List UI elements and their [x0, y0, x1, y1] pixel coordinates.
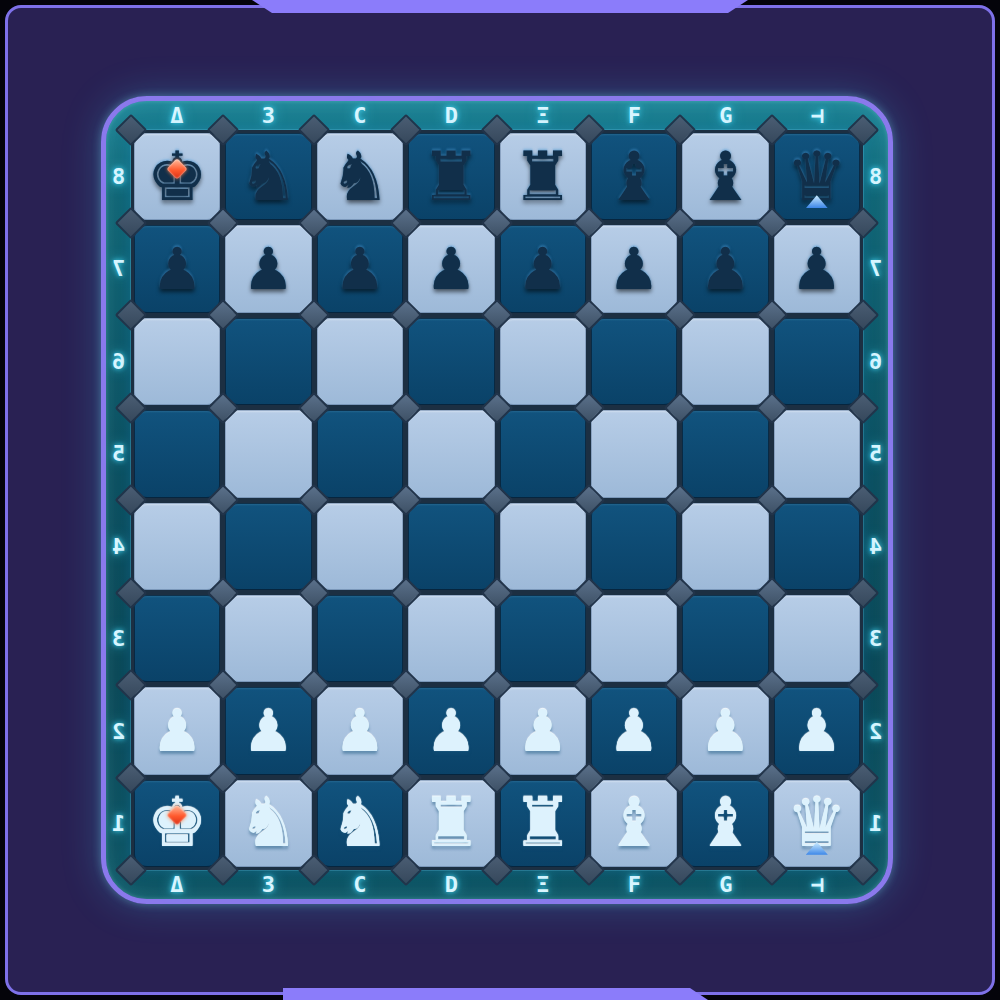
rank-label-7: 7 — [106, 223, 131, 316]
file-label-glyph: 3 — [262, 872, 275, 897]
rank-label-glyph: 8 — [869, 164, 882, 189]
board-grid: ♚♞♞♜♜♝♝♛♟♟♟♟♟♟♟♟♟♟♟♟♟♟♟♟♚♞♞♜♜♝♝♛ — [131, 130, 863, 870]
rank-label-glyph: 7 — [112, 256, 125, 281]
black-bishop[interactable]: ♝ — [604, 143, 665, 211]
file-labels-top: Δ3CDΞFG⊣ — [131, 101, 863, 130]
file-label-glyph: C — [353, 872, 366, 897]
file-label-f: F — [589, 101, 681, 130]
square-e2[interactable]: ♟ — [500, 687, 586, 774]
file-label-ξ: Ξ — [497, 870, 589, 899]
square-d2[interactable]: ♟ — [408, 687, 494, 774]
white-knight[interactable]: ♞ — [329, 789, 390, 857]
square-d4[interactable] — [408, 503, 494, 590]
white-pawn[interactable]: ♟ — [425, 702, 477, 760]
square-d8[interactable]: ♜ — [408, 133, 494, 220]
black-pawn[interactable]: ♟ — [608, 240, 660, 298]
square-f2[interactable]: ♟ — [591, 687, 677, 774]
square-f5[interactable] — [591, 410, 677, 497]
square-g1[interactable]: ♝ — [682, 780, 768, 867]
file-label-c: C — [314, 870, 406, 899]
rank-label-1: 1 — [106, 778, 131, 871]
black-knight[interactable]: ♞ — [238, 143, 299, 211]
black-pawn[interactable]: ♟ — [791, 240, 843, 298]
square-b8[interactable]: ♞ — [225, 133, 311, 220]
square-c2[interactable]: ♟ — [317, 687, 403, 774]
file-label-glyph: Δ — [170, 103, 183, 128]
rank-label-glyph: 6 — [869, 349, 882, 374]
file-label-d: D — [406, 870, 498, 899]
square-d6[interactable] — [408, 318, 494, 405]
square-c6[interactable] — [317, 318, 403, 405]
square-e7[interactable]: ♟ — [500, 225, 586, 312]
square-h6[interactable] — [774, 318, 860, 405]
file-label-glyph: ⊣ — [811, 103, 824, 128]
square-e8[interactable]: ♜ — [500, 133, 586, 220]
square-f6[interactable] — [591, 318, 677, 405]
file-label-glyph: ⊣ — [811, 872, 824, 897]
square-h7[interactable]: ♟ — [774, 225, 860, 312]
square-g4[interactable] — [682, 503, 768, 590]
app-background: Δ3CDΞFG⊣ Δ3CDΞFG⊣ 87654321 87654321 ♚♞♞♜… — [0, 0, 1000, 1000]
rank-label-glyph: 8 — [112, 164, 125, 189]
square-b4[interactable] — [225, 503, 311, 590]
square-a5[interactable] — [134, 410, 220, 497]
square-f4[interactable] — [591, 503, 677, 590]
black-pawn[interactable]: ♟ — [151, 240, 203, 298]
rank-label-glyph: 4 — [112, 534, 125, 559]
file-label-g: G — [680, 101, 772, 130]
square-h4[interactable] — [774, 503, 860, 590]
square-g3[interactable] — [682, 595, 768, 682]
rank-label-glyph: 2 — [112, 719, 125, 744]
file-label-c: C — [314, 101, 406, 130]
rank-label-glyph: 7 — [869, 256, 882, 281]
rank-label-8: 8 — [863, 130, 888, 223]
rank-label-glyph: 6 — [112, 349, 125, 374]
rank-label-1: 1 — [863, 778, 888, 871]
square-a2[interactable]: ♟ — [134, 687, 220, 774]
square-f7[interactable]: ♟ — [591, 225, 677, 312]
panel-top-tab — [252, 0, 748, 13]
rank-label-glyph: 1 — [112, 811, 125, 836]
square-a4[interactable] — [134, 503, 220, 590]
rank-label-5: 5 — [863, 408, 888, 501]
white-bishop[interactable]: ♝ — [695, 789, 756, 857]
file-label-glyph: Δ — [170, 872, 183, 897]
rank-label-3: 3 — [106, 593, 131, 686]
square-g8[interactable]: ♝ — [682, 133, 768, 220]
square-h1[interactable]: ♛ — [774, 780, 860, 867]
file-label-glyph: F — [628, 872, 641, 897]
black-pawn[interactable]: ♟ — [699, 240, 751, 298]
square-a8[interactable]: ♚ — [134, 133, 220, 220]
square-e4[interactable] — [500, 503, 586, 590]
file-label-ξ: Ξ — [497, 101, 589, 130]
square-a3[interactable] — [134, 595, 220, 682]
square-d1[interactable]: ♜ — [408, 780, 494, 867]
square-g5[interactable] — [682, 410, 768, 497]
square-g6[interactable] — [682, 318, 768, 405]
square-b7[interactable]: ♟ — [225, 225, 311, 312]
file-label-glyph: Ξ — [536, 103, 549, 128]
black-pawn[interactable]: ♟ — [243, 240, 295, 298]
file-label-glyph: G — [719, 103, 732, 128]
black-pawn[interactable]: ♟ — [517, 240, 569, 298]
white-rook[interactable]: ♜ — [421, 789, 482, 857]
rank-label-glyph: 3 — [869, 626, 882, 651]
square-d3[interactable] — [408, 595, 494, 682]
square-e1[interactable]: ♜ — [500, 780, 586, 867]
square-c3[interactable] — [317, 595, 403, 682]
square-b3[interactable] — [225, 595, 311, 682]
white-knight[interactable]: ♞ — [238, 789, 299, 857]
white-pawn[interactable]: ♟ — [334, 702, 386, 760]
panel-bottom-tab — [283, 988, 708, 1000]
file-label-f: F — [589, 870, 681, 899]
file-label-glyph: G — [719, 872, 732, 897]
rank-label-2: 2 — [863, 685, 888, 778]
square-a7[interactable]: ♟ — [134, 225, 220, 312]
rank-label-3: 3 — [863, 593, 888, 686]
file-label-glyph: D — [445, 872, 458, 897]
white-pawn[interactable]: ♟ — [243, 702, 295, 760]
square-e6[interactable] — [500, 318, 586, 405]
square-h2[interactable]: ♟ — [774, 687, 860, 774]
square-c4[interactable] — [317, 503, 403, 590]
file-label-glyph: 3 — [262, 103, 275, 128]
black-knight[interactable]: ♞ — [329, 143, 390, 211]
file-label-glyph: Ξ — [536, 872, 549, 897]
square-a1[interactable]: ♚ — [134, 780, 220, 867]
rank-labels-left: 87654321 — [106, 130, 131, 870]
file-label-δ: Δ — [131, 101, 223, 130]
white-bishop[interactable]: ♝ — [604, 789, 665, 857]
file-label-glyph: F — [628, 103, 641, 128]
rank-label-7: 7 — [863, 223, 888, 316]
black-pawn[interactable]: ♟ — [334, 240, 386, 298]
rank-label-glyph: 1 — [869, 811, 882, 836]
chess-board: Δ3CDΞFG⊣ Δ3CDΞFG⊣ 87654321 87654321 ♚♞♞♜… — [101, 96, 893, 904]
black-rook[interactable]: ♜ — [421, 143, 482, 211]
rank-label-glyph: 5 — [869, 441, 882, 466]
square-d7[interactable]: ♟ — [408, 225, 494, 312]
rank-label-8: 8 — [106, 130, 131, 223]
square-e3[interactable] — [500, 595, 586, 682]
white-rook[interactable]: ♜ — [512, 789, 573, 857]
black-pawn[interactable]: ♟ — [425, 240, 477, 298]
square-b6[interactable] — [225, 318, 311, 405]
white-pawn[interactable]: ♟ — [608, 702, 660, 760]
square-c8[interactable]: ♞ — [317, 133, 403, 220]
black-bishop[interactable]: ♝ — [695, 143, 756, 211]
file-label-3: 3 — [223, 870, 315, 899]
square-g2[interactable]: ♟ — [682, 687, 768, 774]
rank-label-glyph: 5 — [112, 441, 125, 466]
file-label-glyph: C — [353, 103, 366, 128]
square-a6[interactable] — [134, 318, 220, 405]
square-h3[interactable] — [774, 595, 860, 682]
square-b2[interactable]: ♟ — [225, 687, 311, 774]
rank-label-4: 4 — [863, 500, 888, 593]
file-label-⊣: ⊣ — [772, 101, 864, 130]
square-c5[interactable] — [317, 410, 403, 497]
file-label-3: 3 — [223, 101, 315, 130]
rank-label-5: 5 — [106, 408, 131, 501]
file-label-δ: Δ — [131, 870, 223, 899]
square-f8[interactable]: ♝ — [591, 133, 677, 220]
square-b1[interactable]: ♞ — [225, 780, 311, 867]
square-g7[interactable]: ♟ — [682, 225, 768, 312]
rank-label-6: 6 — [863, 315, 888, 408]
white-pawn[interactable]: ♟ — [791, 702, 843, 760]
rank-label-6: 6 — [106, 315, 131, 408]
square-h8[interactable]: ♛ — [774, 133, 860, 220]
file-label-glyph: D — [445, 103, 458, 128]
black-rook[interactable]: ♜ — [512, 143, 573, 211]
square-c7[interactable]: ♟ — [317, 225, 403, 312]
square-h5[interactable] — [774, 410, 860, 497]
rank-label-4: 4 — [106, 500, 131, 593]
file-label-⊣: ⊣ — [772, 870, 864, 899]
white-pawn[interactable]: ♟ — [151, 702, 203, 760]
square-b5[interactable] — [225, 410, 311, 497]
rank-label-glyph: 3 — [112, 626, 125, 651]
square-c1[interactable]: ♞ — [317, 780, 403, 867]
square-e5[interactable] — [500, 410, 586, 497]
square-f3[interactable] — [591, 595, 677, 682]
square-d5[interactable] — [408, 410, 494, 497]
white-pawn[interactable]: ♟ — [517, 702, 569, 760]
rank-label-glyph: 2 — [869, 719, 882, 744]
rank-label-glyph: 4 — [869, 534, 882, 559]
square-f1[interactable]: ♝ — [591, 780, 677, 867]
file-label-d: D — [406, 101, 498, 130]
file-labels-bottom: Δ3CDΞFG⊣ — [131, 870, 863, 899]
rank-labels-right: 87654321 — [863, 130, 888, 870]
white-pawn[interactable]: ♟ — [699, 702, 751, 760]
file-label-g: G — [680, 870, 772, 899]
rank-label-2: 2 — [106, 685, 131, 778]
